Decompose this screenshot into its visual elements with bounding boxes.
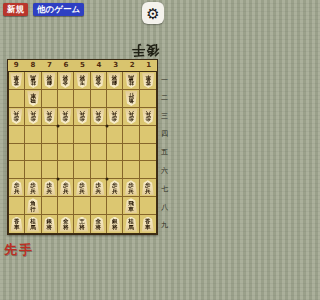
board-cell[interactable]: 歩兵 bbox=[91, 108, 107, 126]
piece-kanji: 兵 bbox=[128, 189, 134, 195]
board-cell[interactable] bbox=[25, 126, 41, 144]
board-cell[interactable]: 歩兵 bbox=[107, 108, 123, 126]
board-cell[interactable] bbox=[107, 197, 123, 215]
piece-kanji: 馬 bbox=[128, 225, 134, 231]
piece-kanji: 兵 bbox=[14, 110, 20, 116]
rank-label: 四 bbox=[160, 125, 169, 143]
piece-kanji: 兵 bbox=[30, 110, 36, 116]
board-cell[interactable]: 銀将 bbox=[42, 72, 58, 90]
piece-kanji: 将 bbox=[47, 74, 53, 80]
rank-label: 七 bbox=[160, 180, 169, 198]
board-cell[interactable] bbox=[140, 126, 156, 144]
board-cell[interactable]: 角行 bbox=[25, 197, 41, 215]
gote-player-label: 後手 bbox=[131, 41, 159, 59]
piece-gote-L[interactable]: 香車 bbox=[10, 73, 23, 88]
piece-kanji: 兵 bbox=[47, 110, 53, 116]
rank-label: 五 bbox=[160, 143, 169, 161]
piece-kanji: 兵 bbox=[47, 189, 53, 195]
piece-kanji: 将 bbox=[112, 225, 118, 231]
file-label: 6 bbox=[58, 60, 75, 71]
file-label: 5 bbox=[74, 60, 91, 71]
board-cell[interactable] bbox=[58, 126, 74, 144]
piece-sente-P[interactable]: 歩兵 bbox=[108, 180, 121, 195]
piece-gote-P[interactable]: 歩兵 bbox=[108, 109, 121, 124]
board-cell[interactable] bbox=[58, 144, 74, 162]
board-cell[interactable]: 歩兵 bbox=[74, 179, 90, 197]
board-cell[interactable] bbox=[107, 126, 123, 144]
board-cell[interactable] bbox=[74, 197, 90, 215]
file-label: 3 bbox=[107, 60, 124, 71]
piece-gote-P[interactable]: 歩兵 bbox=[142, 109, 155, 124]
board-cell[interactable] bbox=[9, 90, 25, 108]
rank-label: 三 bbox=[160, 107, 169, 125]
piece-sente-P[interactable]: 歩兵 bbox=[142, 180, 155, 195]
piece-kanji: 将 bbox=[79, 225, 85, 231]
board-cell[interactable]: 金将 bbox=[91, 215, 107, 233]
piece-sente-P[interactable]: 歩兵 bbox=[27, 180, 40, 195]
piece-gote-P[interactable]: 歩兵 bbox=[76, 109, 89, 124]
board-cell[interactable] bbox=[74, 126, 90, 144]
board-cell[interactable] bbox=[42, 144, 58, 162]
piece-sente-L[interactable]: 香車 bbox=[10, 217, 23, 232]
piece-sente-S[interactable]: 銀将 bbox=[43, 217, 56, 232]
piece-gote-G[interactable]: 金将 bbox=[92, 73, 105, 88]
board-cell[interactable] bbox=[91, 126, 107, 144]
piece-kanji: 将 bbox=[79, 74, 85, 80]
board-cell[interactable] bbox=[42, 90, 58, 108]
board-cell[interactable] bbox=[42, 161, 58, 179]
piece-gote-K[interactable]: 玉将 bbox=[76, 73, 89, 88]
piece-kanji: 将 bbox=[112, 74, 118, 80]
piece-kanji: 馬 bbox=[128, 74, 134, 80]
board-cell[interactable]: 歩兵 bbox=[58, 108, 74, 126]
board-cell[interactable]: 歩兵 bbox=[9, 108, 25, 126]
board-cell[interactable] bbox=[9, 161, 25, 179]
piece-kanji: 兵 bbox=[79, 189, 85, 195]
board-cell[interactable]: 歩兵 bbox=[91, 179, 107, 197]
board-cell[interactable] bbox=[107, 161, 123, 179]
rank-label: 二 bbox=[160, 89, 169, 107]
board-cell[interactable] bbox=[91, 90, 107, 108]
board-cell[interactable]: 銀将 bbox=[42, 215, 58, 233]
board-cell[interactable]: 銀将 bbox=[107, 72, 123, 90]
piece-gote-S[interactable]: 銀将 bbox=[43, 73, 56, 88]
board-cell[interactable]: 歩兵 bbox=[140, 179, 156, 197]
board-cell[interactable] bbox=[9, 197, 25, 215]
board-cell[interactable]: 香車 bbox=[140, 215, 156, 233]
board-cell[interactable]: 銀将 bbox=[107, 215, 123, 233]
board-cell[interactable] bbox=[74, 144, 90, 162]
piece-gote-P[interactable]: 歩兵 bbox=[59, 109, 72, 124]
piece-kanji: 将 bbox=[96, 225, 102, 231]
board-cell[interactable]: 歩兵 bbox=[123, 108, 139, 126]
board-cell[interactable] bbox=[91, 144, 107, 162]
piece-sente-P[interactable]: 歩兵 bbox=[10, 180, 23, 195]
piece-gote-G[interactable]: 金将 bbox=[59, 73, 72, 88]
file-label: 7 bbox=[41, 60, 58, 71]
board-cell[interactable] bbox=[123, 126, 139, 144]
piece-kanji: 馬 bbox=[30, 74, 36, 80]
board-cell[interactable]: 桂馬 bbox=[25, 215, 41, 233]
board-grid: 香車桂馬銀将金将玉将金将銀将桂馬香車飛車角行歩兵歩兵歩兵歩兵歩兵歩兵歩兵歩兵歩兵… bbox=[8, 71, 157, 234]
piece-sente-P[interactable]: 歩兵 bbox=[125, 180, 138, 195]
board-cell[interactable]: 桂馬 bbox=[123, 72, 139, 90]
board-cell[interactable]: 歩兵 bbox=[42, 108, 58, 126]
piece-kanji: 将 bbox=[96, 74, 102, 80]
rank-label: 八 bbox=[160, 198, 169, 216]
piece-kanji: 兵 bbox=[112, 110, 118, 116]
piece-sente-R[interactable]: 飛車 bbox=[125, 198, 138, 213]
piece-sente-L[interactable]: 香車 bbox=[142, 217, 155, 232]
piece-kanji: 兵 bbox=[63, 189, 69, 195]
board-cell[interactable]: 歩兵 bbox=[123, 179, 139, 197]
piece-kanji: 将 bbox=[47, 225, 53, 231]
piece-gote-P[interactable]: 歩兵 bbox=[27, 109, 40, 124]
piece-kanji: 兵 bbox=[79, 110, 85, 116]
board-cell[interactable]: 飛車 bbox=[25, 90, 41, 108]
board-cell[interactable] bbox=[74, 161, 90, 179]
piece-kanji: 車 bbox=[145, 225, 151, 231]
board-cell[interactable]: 香車 bbox=[9, 72, 25, 90]
piece-gote-P[interactable]: 歩兵 bbox=[43, 109, 56, 124]
board-cell[interactable] bbox=[140, 197, 156, 215]
board-cell[interactable] bbox=[74, 90, 90, 108]
piece-sente-N[interactable]: 桂馬 bbox=[27, 217, 40, 232]
piece-kanji: 将 bbox=[63, 225, 69, 231]
rank-number-labels: 一二三四五六七八九 bbox=[160, 71, 169, 234]
board-cell[interactable]: 香車 bbox=[140, 72, 156, 90]
file-label: 2 bbox=[124, 60, 141, 71]
piece-kanji: 兵 bbox=[145, 189, 151, 195]
piece-sente-S[interactable]: 銀将 bbox=[108, 217, 121, 232]
board-cell[interactable]: 歩兵 bbox=[42, 179, 58, 197]
file-label: 9 bbox=[8, 60, 25, 71]
board-cell[interactable]: 歩兵 bbox=[25, 179, 41, 197]
board-cell[interactable]: 桂馬 bbox=[123, 215, 139, 233]
board-cell[interactable] bbox=[140, 144, 156, 162]
rank-label: 九 bbox=[160, 216, 169, 234]
board-cell[interactable]: 金将 bbox=[91, 72, 107, 90]
piece-gote-B[interactable]: 角行 bbox=[125, 91, 138, 106]
board-cell[interactable] bbox=[25, 144, 41, 162]
shogi-board: 987654321 香車桂馬銀将金将玉将金将銀将桂馬香車飛車角行歩兵歩兵歩兵歩兵… bbox=[7, 59, 158, 235]
piece-sente-N[interactable]: 桂馬 bbox=[125, 217, 138, 232]
piece-gote-P[interactable]: 歩兵 bbox=[125, 109, 138, 124]
piece-sente-K[interactable]: 王将 bbox=[76, 217, 89, 232]
board-cell[interactable]: 歩兵 bbox=[107, 179, 123, 197]
board-cell[interactable]: 金将 bbox=[58, 215, 74, 233]
board-cell[interactable]: 玉将 bbox=[74, 72, 90, 90]
board-cell[interactable]: 歩兵 bbox=[9, 179, 25, 197]
piece-sente-P[interactable]: 歩兵 bbox=[43, 180, 56, 195]
piece-gote-R[interactable]: 飛車 bbox=[27, 91, 40, 106]
piece-kanji: 行 bbox=[30, 207, 36, 213]
piece-kanji: 馬 bbox=[30, 225, 36, 231]
piece-kanji: 兵 bbox=[63, 110, 69, 116]
piece-kanji: 車 bbox=[30, 92, 36, 98]
piece-kanji: 兵 bbox=[96, 189, 102, 195]
piece-gote-N[interactable]: 桂馬 bbox=[27, 73, 40, 88]
board-cell[interactable]: 飛車 bbox=[123, 197, 139, 215]
board-cell[interactable] bbox=[42, 126, 58, 144]
piece-kanji: 車 bbox=[145, 74, 151, 80]
file-label: 4 bbox=[91, 60, 108, 71]
board-cell[interactable] bbox=[9, 126, 25, 144]
board-cell[interactable] bbox=[58, 197, 74, 215]
board-cell[interactable] bbox=[107, 144, 123, 162]
board-cell[interactable] bbox=[91, 197, 107, 215]
board-cell[interactable] bbox=[58, 90, 74, 108]
other-games-button[interactable]: 他のゲーム bbox=[33, 3, 84, 16]
piece-gote-L[interactable]: 香車 bbox=[142, 73, 155, 88]
piece-gote-S[interactable]: 銀将 bbox=[108, 73, 121, 88]
board-cell[interactable] bbox=[25, 161, 41, 179]
file-label: 8 bbox=[25, 60, 42, 71]
board-cell[interactable]: 歩兵 bbox=[58, 179, 74, 197]
board-cell[interactable] bbox=[42, 197, 58, 215]
piece-gote-N[interactable]: 桂馬 bbox=[125, 73, 138, 88]
board-cell[interactable]: 角行 bbox=[123, 90, 139, 108]
piece-sente-P[interactable]: 歩兵 bbox=[92, 180, 105, 195]
sente-player-label: 先手 bbox=[4, 241, 34, 259]
board-cell[interactable] bbox=[9, 144, 25, 162]
board-cell[interactable]: 王将 bbox=[74, 215, 90, 233]
file-label: 1 bbox=[140, 60, 157, 71]
board-cell[interactable] bbox=[123, 161, 139, 179]
piece-kanji: 行 bbox=[128, 92, 134, 98]
board-cell[interactable] bbox=[140, 161, 156, 179]
board-cell[interactable] bbox=[91, 161, 107, 179]
board-cell[interactable] bbox=[140, 90, 156, 108]
piece-gote-P[interactable]: 歩兵 bbox=[10, 109, 23, 124]
rank-label: 六 bbox=[160, 162, 169, 180]
gear-icon: ⚙ bbox=[146, 6, 159, 21]
piece-kanji: 兵 bbox=[30, 189, 36, 195]
board-cell[interactable]: 歩兵 bbox=[25, 108, 41, 126]
piece-sente-B[interactable]: 角行 bbox=[27, 198, 40, 213]
board-cell[interactable] bbox=[123, 144, 139, 162]
piece-sente-P[interactable]: 歩兵 bbox=[76, 180, 89, 195]
piece-kanji: 兵 bbox=[96, 110, 102, 116]
board-cell[interactable] bbox=[107, 90, 123, 108]
piece-gote-P[interactable]: 歩兵 bbox=[92, 109, 105, 124]
piece-sente-P[interactable]: 歩兵 bbox=[59, 180, 72, 195]
board-cell[interactable] bbox=[58, 161, 74, 179]
piece-kanji: 車 bbox=[128, 207, 134, 213]
settings-button[interactable]: ⚙ bbox=[142, 2, 164, 24]
piece-kanji: 将 bbox=[63, 74, 69, 80]
piece-sente-G[interactable]: 金将 bbox=[92, 217, 105, 232]
piece-kanji: 車 bbox=[14, 74, 20, 80]
rank-label: 一 bbox=[160, 71, 169, 89]
piece-kanji: 兵 bbox=[112, 189, 118, 195]
new-game-button[interactable]: 新規 bbox=[3, 3, 28, 16]
piece-kanji: 兵 bbox=[145, 110, 151, 116]
piece-kanji: 兵 bbox=[128, 110, 134, 116]
board-cell[interactable]: 歩兵 bbox=[74, 108, 90, 126]
file-number-labels: 987654321 bbox=[8, 60, 157, 71]
piece-sente-G[interactable]: 金将 bbox=[59, 217, 72, 232]
board-cell[interactable]: 金将 bbox=[58, 72, 74, 90]
piece-kanji: 車 bbox=[14, 225, 20, 231]
board-cell[interactable]: 香車 bbox=[9, 215, 25, 233]
board-cell[interactable]: 歩兵 bbox=[140, 108, 156, 126]
piece-kanji: 兵 bbox=[14, 189, 20, 195]
board-cell[interactable]: 桂馬 bbox=[25, 72, 41, 90]
